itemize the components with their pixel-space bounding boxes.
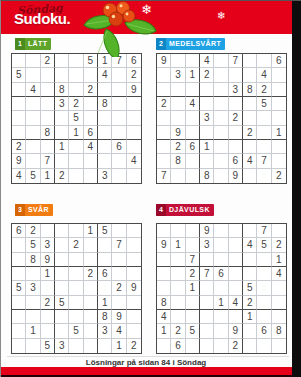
- sudoku-cell-p2-r5c1[interactable]: [157, 111, 171, 125]
- sudoku-cell-p2-r4c8[interactable]: 5: [257, 97, 271, 111]
- sudoku-cell-p2-r6c8[interactable]: [257, 126, 271, 140]
- sudoku-cell-p2-r2c8[interactable]: 4: [257, 68, 271, 82]
- sudoku-cell-p3-r5c9[interactable]: 9: [127, 281, 141, 295]
- sudoku-cell-p3-r6c9[interactable]: [127, 296, 141, 310]
- sudoku-cell-p1-r6c9[interactable]: [127, 126, 141, 140]
- sudoku-cell-p2-r4c2[interactable]: [171, 97, 185, 111]
- sudoku-cell-p2-r5c9[interactable]: [272, 111, 286, 125]
- sudoku-cell-p2-r2c3[interactable]: 1: [186, 68, 200, 82]
- sudoku-cell-p1-r7c1[interactable]: 2: [12, 140, 26, 154]
- sudoku-cell-p4-r9c6[interactable]: 2: [229, 339, 243, 353]
- sudoku-cell-p4-r6c6[interactable]: 4: [229, 296, 243, 310]
- sudoku-cell-p2-r6c9[interactable]: 1: [272, 126, 286, 140]
- sudoku-cell-p2-r1c5[interactable]: [214, 54, 228, 68]
- sudoku-cell-p2-r3c4[interactable]: [200, 83, 214, 97]
- sudoku-cell-p4-r9c1[interactable]: [157, 339, 171, 353]
- sudoku-cell-p4-r8c4[interactable]: [200, 324, 214, 338]
- sudoku-cell-p2-r6c4[interactable]: [200, 126, 214, 140]
- sudoku-cell-p2-r5c2[interactable]: [171, 111, 185, 125]
- sudoku-cell-p4-r3c5[interactable]: [214, 253, 228, 267]
- sudoku-cell-p2-r1c6[interactable]: 7: [229, 54, 243, 68]
- sudoku-cell-p4-r9c2[interactable]: 6: [171, 339, 185, 353]
- sudoku-cell-p3-r3c6[interactable]: [84, 253, 98, 267]
- sudoku-cell-p3-r5c4[interactable]: [55, 281, 69, 295]
- sudoku-cell-p3-r2c1[interactable]: [12, 238, 26, 252]
- sudoku-cell-p2-r4c5[interactable]: [214, 97, 228, 111]
- sudoku-cell-p4-r4c6[interactable]: [229, 267, 243, 281]
- sudoku-cell-p4-r5c4[interactable]: [200, 281, 214, 295]
- sudoku-cell-p1-r9c3[interactable]: 1: [41, 169, 55, 183]
- sudoku-cell-p4-r8c1[interactable]: 1: [157, 324, 171, 338]
- sudoku-cell-p3-r7c6[interactable]: [84, 310, 98, 324]
- sudoku-cell-p3-r8c6[interactable]: [84, 324, 98, 338]
- sudoku-cell-p4-r8c7[interactable]: [243, 324, 257, 338]
- sudoku-cell-p2-r8c4[interactable]: [200, 154, 214, 168]
- sudoku-cell-p1-r8c3[interactable]: 7: [41, 154, 55, 168]
- sudoku-cell-p4-r6c3[interactable]: [186, 296, 200, 310]
- sudoku-cell-p2-r4c6[interactable]: [229, 97, 243, 111]
- sudoku-cell-p1-r9c9[interactable]: [127, 169, 141, 183]
- sudoku-cell-p1-r5c7[interactable]: [98, 111, 112, 125]
- sudoku-cell-p1-r9c7[interactable]: 3: [98, 169, 112, 183]
- sudoku-cell-p1-r3c9[interactable]: 9: [127, 83, 141, 97]
- sudoku-cell-p2-r8c7[interactable]: 4: [243, 154, 257, 168]
- sudoku-cell-p3-r9c9[interactable]: 2: [127, 339, 141, 353]
- sudoku-cell-p1-r2c9[interactable]: 2: [127, 68, 141, 82]
- sudoku-cell-p4-r2c2[interactable]: 1: [171, 238, 185, 252]
- sudoku-cell-p3-r1c4[interactable]: [55, 224, 69, 238]
- sudoku-cell-p3-r9c1[interactable]: [12, 339, 26, 353]
- sudoku-cell-p3-r1c6[interactable]: 1: [84, 224, 98, 238]
- sudoku-cell-p4-r5c2[interactable]: [171, 281, 185, 295]
- sudoku-cell-p2-r1c7[interactable]: [243, 54, 257, 68]
- sudoku-cell-p3-r2c7[interactable]: [98, 238, 112, 252]
- sudoku-cell-p4-r2c1[interactable]: 9: [157, 238, 171, 252]
- sudoku-cell-p4-r9c9[interactable]: [272, 339, 286, 353]
- sudoku-cell-p1-r8c8[interactable]: [112, 154, 126, 168]
- sudoku-cell-p4-r1c7[interactable]: [243, 224, 257, 238]
- sudoku-cell-p4-r8c5[interactable]: [214, 324, 228, 338]
- sudoku-cell-p3-r3c9[interactable]: [127, 253, 141, 267]
- sudoku-cell-p1-r7c4[interactable]: 1: [55, 140, 69, 154]
- sudoku-cell-p4-r2c3[interactable]: [186, 238, 200, 252]
- sudoku-cell-p3-r9c2[interactable]: [26, 339, 40, 353]
- sudoku-cell-p4-r8c8[interactable]: 6: [257, 324, 271, 338]
- sudoku-cell-p4-r1c8[interactable]: 7: [257, 224, 271, 238]
- sudoku-cell-p2-r5c5[interactable]: [214, 111, 228, 125]
- sudoku-cell-p4-r7c5[interactable]: [214, 310, 228, 324]
- sudoku-cell-p4-r1c1[interactable]: [157, 224, 171, 238]
- sudoku-cell-p1-r4c2[interactable]: [26, 97, 40, 111]
- sudoku-cell-p3-r7c9[interactable]: [127, 310, 141, 324]
- sudoku-cell-p2-r7c5[interactable]: [214, 140, 228, 154]
- sudoku-cell-p3-r4c7[interactable]: 6: [98, 267, 112, 281]
- sudoku-cell-p2-r9c5[interactable]: [214, 169, 228, 183]
- sudoku-cell-p4-r7c4[interactable]: [200, 310, 214, 324]
- sudoku-cell-p3-r8c3[interactable]: [41, 324, 55, 338]
- sudoku-cell-p1-r8c6[interactable]: [84, 154, 98, 168]
- sudoku-cell-p4-r5c3[interactable]: 1: [186, 281, 200, 295]
- sudoku-cell-p2-r7c7[interactable]: [243, 140, 257, 154]
- sudoku-cell-p1-r2c8[interactable]: [112, 68, 126, 82]
- sudoku-cell-p3-r5c5[interactable]: [69, 281, 83, 295]
- sudoku-cell-p3-r7c1[interactable]: [12, 310, 26, 324]
- sudoku-cell-p4-r8c9[interactable]: 8: [272, 324, 286, 338]
- sudoku-cell-p3-r7c2[interactable]: [26, 310, 40, 324]
- sudoku-cell-p4-r2c6[interactable]: [229, 238, 243, 252]
- sudoku-cell-p2-r9c6[interactable]: 9: [229, 169, 243, 183]
- sudoku-cell-p2-r6c5[interactable]: [214, 126, 228, 140]
- sudoku-cell-p2-r5c8[interactable]: [257, 111, 271, 125]
- sudoku-cell-p3-r8c5[interactable]: 5: [69, 324, 83, 338]
- sudoku-cell-p1-r4c5[interactable]: 2: [69, 97, 83, 111]
- sudoku-cell-p3-r3c1[interactable]: [12, 253, 26, 267]
- sudoku-cell-p4-r4c5[interactable]: 6: [214, 267, 228, 281]
- sudoku-cell-p3-r6c1[interactable]: [12, 296, 26, 310]
- sudoku-cell-p2-r6c1[interactable]: [157, 126, 171, 140]
- sudoku-cell-p1-r7c5[interactable]: [69, 140, 83, 154]
- sudoku-cell-p4-r1c3[interactable]: [186, 224, 200, 238]
- sudoku-cell-p3-r9c6[interactable]: [84, 339, 98, 353]
- sudoku-cell-p1-r4c3[interactable]: [41, 97, 55, 111]
- sudoku-cell-p3-r6c6[interactable]: [84, 296, 98, 310]
- sudoku-cell-p2-r6c6[interactable]: [229, 126, 243, 140]
- sudoku-cell-p3-r4c9[interactable]: [127, 267, 141, 281]
- sudoku-cell-p4-r9c4[interactable]: [200, 339, 214, 353]
- sudoku-cell-p2-r6c3[interactable]: [186, 126, 200, 140]
- sudoku-cell-p4-r1c9[interactable]: [272, 224, 286, 238]
- sudoku-cell-p1-r8c1[interactable]: 9: [12, 154, 26, 168]
- sudoku-cell-p1-r2c3[interactable]: [41, 68, 55, 82]
- sudoku-cell-p3-r1c5[interactable]: [69, 224, 83, 238]
- sudoku-cell-p1-r2c7[interactable]: 4: [98, 68, 112, 82]
- sudoku-cell-p3-r6c5[interactable]: [69, 296, 83, 310]
- sudoku-cell-p3-r2c5[interactable]: 2: [69, 238, 83, 252]
- sudoku-cell-p3-r3c5[interactable]: [69, 253, 83, 267]
- sudoku-cell-p2-r1c2[interactable]: [171, 54, 185, 68]
- sudoku-cell-p1-r6c8[interactable]: [112, 126, 126, 140]
- sudoku-cell-p4-r3c7[interactable]: [243, 253, 257, 267]
- sudoku-cell-p4-r4c7[interactable]: [243, 267, 257, 281]
- sudoku-cell-p2-r4c9[interactable]: [272, 97, 286, 111]
- sudoku-cell-p4-r1c5[interactable]: [214, 224, 228, 238]
- sudoku-cell-p4-r3c1[interactable]: [157, 253, 171, 267]
- sudoku-cell-p3-r6c2[interactable]: [26, 296, 40, 310]
- sudoku-cell-p2-r3c1[interactable]: [157, 83, 171, 97]
- sudoku-cell-p3-r4c1[interactable]: [12, 267, 26, 281]
- sudoku-cell-p4-r6c5[interactable]: 1: [214, 296, 228, 310]
- sudoku-cell-p1-r7c9[interactable]: [127, 140, 141, 154]
- sudoku-cell-p1-r6c5[interactable]: 1: [69, 126, 83, 140]
- sudoku-cell-p3-r5c6[interactable]: [84, 281, 98, 295]
- sudoku-cell-p2-r3c7[interactable]: 8: [243, 83, 257, 97]
- sudoku-cell-p4-r7c2[interactable]: [171, 310, 185, 324]
- sudoku-cell-p3-r1c1[interactable]: 6: [12, 224, 26, 238]
- sudoku-cell-p3-r2c9[interactable]: [127, 238, 141, 252]
- sudoku-cell-p1-r5c9[interactable]: [127, 111, 141, 125]
- sudoku-cell-p2-r7c4[interactable]: 1: [200, 140, 214, 154]
- sudoku-cell-p2-r7c1[interactable]: [157, 140, 171, 154]
- sudoku-cell-p1-r7c6[interactable]: 4: [84, 140, 98, 154]
- sudoku-cell-p3-r6c7[interactable]: 1: [98, 296, 112, 310]
- sudoku-cell-p3-r4c5[interactable]: [69, 267, 83, 281]
- sudoku-cell-p3-r3c7[interactable]: [98, 253, 112, 267]
- sudoku-cell-p1-r6c4[interactable]: [55, 126, 69, 140]
- sudoku-cell-p4-r4c8[interactable]: [257, 267, 271, 281]
- sudoku-cell-p3-r3c8[interactable]: [112, 253, 126, 267]
- sudoku-cell-p1-r6c2[interactable]: [26, 126, 40, 140]
- sudoku-cell-p4-r9c3[interactable]: [186, 339, 200, 353]
- sudoku-cell-p3-r6c8[interactable]: [112, 296, 126, 310]
- sudoku-cell-p2-r4c7[interactable]: [243, 97, 257, 111]
- sudoku-cell-p2-r4c1[interactable]: 2: [157, 97, 171, 111]
- sudoku-cell-p1-r9c4[interactable]: 2: [55, 169, 69, 183]
- sudoku-cell-p2-r6c7[interactable]: 2: [243, 126, 257, 140]
- sudoku-cell-p3-r5c1[interactable]: 5: [12, 281, 26, 295]
- sudoku-cell-p1-r3c4[interactable]: 8: [55, 83, 69, 97]
- sudoku-cell-p1-r4c7[interactable]: 8: [98, 97, 112, 111]
- sudoku-cell-p1-r4c6[interactable]: [84, 97, 98, 111]
- sudoku-cell-p3-r1c3[interactable]: [41, 224, 55, 238]
- sudoku-cell-p1-r6c7[interactable]: [98, 126, 112, 140]
- sudoku-cell-p1-r3c7[interactable]: [98, 83, 112, 97]
- sudoku-cell-p1-r2c6[interactable]: [84, 68, 98, 82]
- sudoku-cell-p2-r7c3[interactable]: 6: [186, 140, 200, 154]
- sudoku-cell-p3-r2c2[interactable]: 5: [26, 238, 40, 252]
- sudoku-cell-p4-r3c9[interactable]: 1: [272, 253, 286, 267]
- sudoku-cell-p2-r1c8[interactable]: [257, 54, 271, 68]
- sudoku-cell-p4-r6c7[interactable]: 2: [243, 296, 257, 310]
- sudoku-cell-p3-r9c5[interactable]: [69, 339, 83, 353]
- sudoku-cell-p3-r9c7[interactable]: [98, 339, 112, 353]
- sudoku-cell-p3-r8c8[interactable]: 4: [112, 324, 126, 338]
- sudoku-cell-p2-r2c5[interactable]: [214, 68, 228, 82]
- sudoku-cell-p3-r6c3[interactable]: 2: [41, 296, 55, 310]
- sudoku-cell-p3-r4c2[interactable]: [26, 267, 40, 281]
- sudoku-cell-p4-r5c5[interactable]: [214, 281, 228, 295]
- sudoku-cell-p1-r8c5[interactable]: [69, 154, 83, 168]
- sudoku-cell-p2-r5c4[interactable]: 3: [200, 111, 214, 125]
- sudoku-cell-p1-r2c5[interactable]: [69, 68, 83, 82]
- sudoku-cell-p4-r2c8[interactable]: 5: [257, 238, 271, 252]
- sudoku-cell-p4-r9c7[interactable]: [243, 339, 257, 353]
- sudoku-cell-p2-r7c6[interactable]: [229, 140, 243, 154]
- sudoku-cell-p3-r9c3[interactable]: 5: [41, 339, 55, 353]
- sudoku-cell-p4-r4c2[interactable]: [171, 267, 185, 281]
- sudoku-cell-p2-r8c9[interactable]: [272, 154, 286, 168]
- sudoku-cell-p2-r7c2[interactable]: 2: [171, 140, 185, 154]
- sudoku-cell-p2-r9c8[interactable]: [257, 169, 271, 183]
- sudoku-cell-p1-r9c1[interactable]: 4: [12, 169, 26, 183]
- sudoku-cell-p2-r2c6[interactable]: [229, 68, 243, 82]
- sudoku-cell-p1-r3c6[interactable]: 2: [84, 83, 98, 97]
- sudoku-cell-p2-r7c8[interactable]: [257, 140, 271, 154]
- sudoku-cell-p4-r7c7[interactable]: 1: [243, 310, 257, 324]
- sudoku-cell-p1-r7c8[interactable]: 6: [112, 140, 126, 154]
- sudoku-cell-p2-r3c3[interactable]: [186, 83, 200, 97]
- sudoku-cell-p4-r2c4[interactable]: 3: [200, 238, 214, 252]
- sudoku-cell-p1-r9c2[interactable]: 5: [26, 169, 40, 183]
- sudoku-cell-p1-r9c6[interactable]: [84, 169, 98, 183]
- sudoku-cell-p4-r6c9[interactable]: [272, 296, 286, 310]
- sudoku-cell-p3-r5c2[interactable]: 3: [26, 281, 40, 295]
- sudoku-cell-p3-r3c2[interactable]: 8: [26, 253, 40, 267]
- sudoku-cell-p2-r7c9[interactable]: [272, 140, 286, 154]
- sudoku-cell-p2-r2c2[interactable]: 3: [171, 68, 185, 82]
- sudoku-cell-p3-r9c4[interactable]: 3: [55, 339, 69, 353]
- sudoku-cell-p4-r1c2[interactable]: [171, 224, 185, 238]
- sudoku-cell-p3-r3c3[interactable]: 9: [41, 253, 55, 267]
- sudoku-cell-p4-r6c8[interactable]: [257, 296, 271, 310]
- sudoku-cell-p4-r6c2[interactable]: [171, 296, 185, 310]
- sudoku-cell-p3-r2c4[interactable]: [55, 238, 69, 252]
- sudoku-cell-p4-r8c2[interactable]: 2: [171, 324, 185, 338]
- sudoku-cell-p4-r8c6[interactable]: 9: [229, 324, 243, 338]
- sudoku-cell-p2-r1c3[interactable]: [186, 54, 200, 68]
- sudoku-cell-p1-r5c4[interactable]: [55, 111, 69, 125]
- sudoku-cell-p3-r1c7[interactable]: 5: [98, 224, 112, 238]
- sudoku-cell-p4-r7c8[interactable]: [257, 310, 271, 324]
- sudoku-cell-p4-r3c2[interactable]: [171, 253, 185, 267]
- sudoku-cell-p2-r3c5[interactable]: [214, 83, 228, 97]
- sudoku-cell-p4-r5c6[interactable]: [229, 281, 243, 295]
- sudoku-cell-p2-r4c4[interactable]: [200, 97, 214, 111]
- sudoku-cell-p2-r2c9[interactable]: [272, 68, 286, 82]
- sudoku-cell-p4-r3c6[interactable]: [229, 253, 243, 267]
- sudoku-cell-p2-r5c3[interactable]: [186, 111, 200, 125]
- sudoku-cell-p1-r7c2[interactable]: [26, 140, 40, 154]
- sudoku-cell-p1-r9c8[interactable]: [112, 169, 126, 183]
- sudoku-cell-p1-r1c2[interactable]: [26, 54, 40, 68]
- sudoku-cell-p2-r5c6[interactable]: 2: [229, 111, 243, 125]
- sudoku-cell-p1-r5c8[interactable]: [112, 111, 126, 125]
- sudoku-cell-p3-r4c6[interactable]: 2: [84, 267, 98, 281]
- sudoku-cell-p1-r2c4[interactable]: [55, 68, 69, 82]
- sudoku-cell-p2-r6c2[interactable]: 9: [171, 126, 185, 140]
- sudoku-cell-p2-r8c6[interactable]: 6: [229, 154, 243, 168]
- sudoku-cell-p4-r3c8[interactable]: [257, 253, 271, 267]
- sudoku-cell-p4-r8c3[interactable]: 5: [186, 324, 200, 338]
- sudoku-cell-p3-r4c8[interactable]: [112, 267, 126, 281]
- sudoku-cell-p4-r6c4[interactable]: [200, 296, 214, 310]
- sudoku-cell-p1-r3c2[interactable]: 4: [26, 83, 40, 97]
- sudoku-cell-p3-r7c7[interactable]: 8: [98, 310, 112, 324]
- sudoku-cell-p2-r2c1[interactable]: [157, 68, 171, 82]
- sudoku-cell-p4-r9c5[interactable]: [214, 339, 228, 353]
- sudoku-cell-p4-r4c1[interactable]: [157, 267, 171, 281]
- sudoku-cell-p1-r3c5[interactable]: [69, 83, 83, 97]
- sudoku-cell-p1-r6c1[interactable]: [12, 126, 26, 140]
- sudoku-cell-p2-r3c2[interactable]: [171, 83, 185, 97]
- sudoku-cell-p1-r2c2[interactable]: [26, 68, 40, 82]
- sudoku-cell-p1-r3c8[interactable]: [112, 83, 126, 97]
- sudoku-cell-p2-r9c9[interactable]: 2: [272, 169, 286, 183]
- sudoku-cell-p3-r7c8[interactable]: 9: [112, 310, 126, 324]
- sudoku-cell-p4-r7c6[interactable]: [229, 310, 243, 324]
- sudoku-cell-p3-r8c7[interactable]: 3: [98, 324, 112, 338]
- sudoku-cell-p2-r8c5[interactable]: [214, 154, 228, 168]
- sudoku-cell-p1-r3c1[interactable]: [12, 83, 26, 97]
- sudoku-cell-p3-r9c8[interactable]: 1: [112, 339, 126, 353]
- sudoku-cell-p4-r5c9[interactable]: [272, 281, 286, 295]
- sudoku-cell-p1-r5c2[interactable]: [26, 111, 40, 125]
- sudoku-cell-p3-r8c2[interactable]: 1: [26, 324, 40, 338]
- sudoku-cell-p2-r2c4[interactable]: 2: [200, 68, 214, 82]
- sudoku-cell-p1-r9c5[interactable]: [69, 169, 83, 183]
- sudoku-cell-p2-r9c7[interactable]: [243, 169, 257, 183]
- sudoku-cell-p1-r5c5[interactable]: 5: [69, 111, 83, 125]
- sudoku-cell-p4-r6c1[interactable]: 8: [157, 296, 171, 310]
- sudoku-cell-p3-r7c3[interactable]: [41, 310, 55, 324]
- sudoku-cell-p3-r8c4[interactable]: [55, 324, 69, 338]
- sudoku-cell-p3-r5c7[interactable]: [98, 281, 112, 295]
- sudoku-cell-p1-r5c6[interactable]: [84, 111, 98, 125]
- sudoku-cell-p3-r6c4[interactable]: 5: [55, 296, 69, 310]
- sudoku-cell-p4-r5c7[interactable]: 5: [243, 281, 257, 295]
- sudoku-cell-p2-r4c3[interactable]: 4: [186, 97, 200, 111]
- sudoku-cell-p4-r4c3[interactable]: 2: [186, 267, 200, 281]
- sudoku-cell-p1-r6c3[interactable]: 8: [41, 126, 55, 140]
- sudoku-cell-p1-r8c9[interactable]: 4: [127, 154, 141, 168]
- sudoku-cell-p3-r5c3[interactable]: [41, 281, 55, 295]
- sudoku-cell-p4-r4c4[interactable]: 7: [200, 267, 214, 281]
- sudoku-cell-p3-r8c9[interactable]: [127, 324, 141, 338]
- sudoku-cell-p3-r4c3[interactable]: 1: [41, 267, 55, 281]
- sudoku-cell-p1-r5c1[interactable]: [12, 111, 26, 125]
- sudoku-cell-p4-r1c4[interactable]: 9: [200, 224, 214, 238]
- sudoku-cell-p1-r6c6[interactable]: 6: [84, 126, 98, 140]
- sudoku-cell-p1-r4c8[interactable]: [112, 97, 126, 111]
- sudoku-cell-p3-r5c8[interactable]: 2: [112, 281, 126, 295]
- sudoku-cell-p4-r2c5[interactable]: [214, 238, 228, 252]
- sudoku-cell-p4-r7c9[interactable]: [272, 310, 286, 324]
- sudoku-cell-p4-r2c9[interactable]: 2: [272, 238, 286, 252]
- sudoku-cell-p2-r8c3[interactable]: [186, 154, 200, 168]
- sudoku-cell-p4-r2c7[interactable]: 4: [243, 238, 257, 252]
- sudoku-cell-p2-r3c6[interactable]: 3: [229, 83, 243, 97]
- sudoku-cell-p2-r9c1[interactable]: 7: [157, 169, 171, 183]
- sudoku-cell-p1-r1c4[interactable]: [55, 54, 69, 68]
- sudoku-cell-p1-r3c3[interactable]: [41, 83, 55, 97]
- sudoku-cell-p2-r1c9[interactable]: 6: [272, 54, 286, 68]
- sudoku-cell-p3-r3c4[interactable]: [55, 253, 69, 267]
- sudoku-cell-p1-r2c1[interactable]: 5: [12, 68, 26, 82]
- sudoku-cell-p4-r3c4[interactable]: [200, 253, 214, 267]
- sudoku-cell-p4-r5c8[interactable]: [257, 281, 271, 295]
- sudoku-cell-p2-r5c7[interactable]: [243, 111, 257, 125]
- sudoku-cell-p4-r7c3[interactable]: [186, 310, 200, 324]
- sudoku-cell-p1-r8c4[interactable]: [55, 154, 69, 168]
- sudoku-cell-p3-r1c9[interactable]: [127, 224, 141, 238]
- sudoku-cell-p3-r8c1[interactable]: [12, 324, 26, 338]
- sudoku-cell-p4-r1c6[interactable]: [229, 224, 243, 238]
- sudoku-cell-p1-r8c7[interactable]: [98, 154, 112, 168]
- sudoku-cell-p3-r7c5[interactable]: [69, 310, 83, 324]
- sudoku-cell-p3-r2c6[interactable]: [84, 238, 98, 252]
- sudoku-cell-p4-r5c1[interactable]: [157, 281, 171, 295]
- sudoku-cell-p3-r1c2[interactable]: 2: [26, 224, 40, 238]
- sudoku-cell-p3-r2c8[interactable]: 7: [112, 238, 126, 252]
- sudoku-cell-p2-r8c8[interactable]: 7: [257, 154, 271, 168]
- sudoku-cell-p3-r4c4[interactable]: [55, 267, 69, 281]
- sudoku-cell-p4-r4c9[interactable]: 4: [272, 267, 286, 281]
- sudoku-cell-p3-r7c4[interactable]: [55, 310, 69, 324]
- sudoku-cell-p1-r8c2[interactable]: [26, 154, 40, 168]
- sudoku-cell-p2-r9c3[interactable]: [186, 169, 200, 183]
- sudoku-cell-p4-r3c3[interactable]: 7: [186, 253, 200, 267]
- sudoku-cell-p1-r5c3[interactable]: [41, 111, 55, 125]
- sudoku-cell-p2-r8c2[interactable]: 8: [171, 154, 185, 168]
